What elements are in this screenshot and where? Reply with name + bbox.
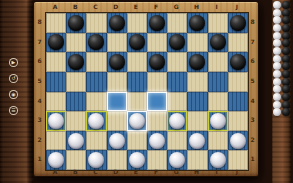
square-d4[interactable] <box>107 92 127 112</box>
square-b7 <box>66 33 86 53</box>
white-piece-f2[interactable] <box>149 133 165 149</box>
square-i8 <box>208 13 228 33</box>
undo-icon: ↺ <box>11 76 15 81</box>
black-piece-e7[interactable] <box>129 34 145 50</box>
square-e8 <box>127 13 147 33</box>
square-g3[interactable] <box>167 111 187 131</box>
white-piece-i1[interactable] <box>210 152 226 168</box>
rank-label-left-7: 7 <box>35 32 44 52</box>
rank-label-left-4: 4 <box>35 91 44 111</box>
square-d5 <box>107 72 127 92</box>
square-b4[interactable] <box>66 92 86 112</box>
rank-label-left-3: 3 <box>35 110 44 130</box>
black-piece-j8[interactable] <box>230 15 246 31</box>
tray-white-piece <box>273 108 281 116</box>
tray-row <box>273 9 290 17</box>
tray-white-piece <box>273 1 281 9</box>
file-label-top-j: J <box>227 3 247 10</box>
square-g7[interactable] <box>167 33 187 53</box>
tray-black-piece <box>282 1 290 9</box>
rank-label-right-6: 6 <box>248 51 257 71</box>
piece-tray-rows <box>273 1 290 116</box>
square-a1[interactable] <box>46 150 66 170</box>
square-f8[interactable] <box>147 13 167 33</box>
square-h4[interactable] <box>187 92 207 112</box>
square-c3[interactable] <box>86 111 106 131</box>
square-a6 <box>46 52 66 72</box>
white-piece-e1[interactable] <box>129 152 145 168</box>
black-piece-f6[interactable] <box>149 54 165 70</box>
square-e2 <box>127 131 147 151</box>
square-f7 <box>147 33 167 53</box>
file-label-top-f: F <box>146 3 166 10</box>
black-piece-g7[interactable] <box>169 34 185 50</box>
rank-label-left-6: 6 <box>35 51 44 71</box>
black-piece-h8[interactable] <box>189 15 205 31</box>
square-d8[interactable] <box>107 13 127 33</box>
square-i3[interactable] <box>208 111 228 131</box>
play-icon: ▶ <box>12 60 16 65</box>
rank-label-right-5: 5 <box>248 71 257 91</box>
rank-label-right-7: 7 <box>248 32 257 52</box>
tray-black-piece <box>282 70 290 78</box>
square-i7[interactable] <box>208 33 228 53</box>
square-f3 <box>147 111 167 131</box>
white-piece-j2[interactable] <box>230 133 246 149</box>
square-i4 <box>208 92 228 112</box>
square-e6 <box>127 52 147 72</box>
tray-row <box>273 55 290 63</box>
square-e5[interactable] <box>127 72 147 92</box>
tray-black-piece <box>282 47 290 55</box>
square-i2 <box>208 131 228 151</box>
rank-label-right-2: 2 <box>248 130 257 150</box>
play-button[interactable]: ▶ <box>9 58 18 67</box>
file-label-top-g: G <box>166 3 186 10</box>
square-a7[interactable] <box>46 33 66 53</box>
square-a8 <box>46 13 66 33</box>
black-piece-b8[interactable] <box>68 15 84 31</box>
square-j5 <box>228 72 248 92</box>
square-g2 <box>167 131 187 151</box>
file-label-top-a: A <box>45 3 65 10</box>
rank-label-right-1: 1 <box>248 149 257 169</box>
file-label-top-b: B <box>65 3 85 10</box>
square-a4 <box>46 92 66 112</box>
tray-white-piece <box>273 47 281 55</box>
square-f1 <box>147 150 167 170</box>
rank-label-left-5: 5 <box>35 71 44 91</box>
white-piece-c1[interactable] <box>88 152 104 168</box>
black-piece-j6[interactable] <box>230 54 246 70</box>
board-frame: AABBCCDDEEFFGGHHIIJJ8877665544332211 <box>33 1 259 177</box>
square-b2[interactable] <box>66 131 86 151</box>
square-e1[interactable] <box>127 150 147 170</box>
tray-row <box>273 86 290 94</box>
rank-label-left-8: 8 <box>35 12 44 32</box>
white-piece-g1[interactable] <box>169 152 185 168</box>
square-d2[interactable] <box>107 131 127 151</box>
square-g5[interactable] <box>167 72 187 92</box>
tray-row <box>273 70 290 78</box>
square-b6[interactable] <box>66 52 86 72</box>
square-h3 <box>187 111 207 131</box>
tray-row <box>273 109 290 117</box>
square-a3[interactable] <box>46 111 66 131</box>
square-j8[interactable] <box>228 13 248 33</box>
black-piece-f8[interactable] <box>149 15 165 31</box>
tray-white-piece <box>273 93 281 101</box>
black-piece-i7[interactable] <box>210 34 226 50</box>
black-piece-a7[interactable] <box>48 34 64 50</box>
tray-row <box>273 101 290 109</box>
file-label-top-i: I <box>207 3 227 10</box>
white-piece-b2[interactable] <box>68 133 84 149</box>
square-g4 <box>167 92 187 112</box>
square-i5[interactable] <box>208 72 228 92</box>
square-h8[interactable] <box>187 13 207 33</box>
tray-black-piece <box>282 93 290 101</box>
square-f6[interactable] <box>147 52 167 72</box>
rank-label-left-1: 1 <box>35 149 44 169</box>
square-e4 <box>127 92 147 112</box>
white-piece-d2[interactable] <box>109 133 125 149</box>
undo-button[interactable]: ↺ <box>9 74 18 83</box>
square-c7[interactable] <box>86 33 106 53</box>
white-piece-i3[interactable] <box>210 113 226 129</box>
square-c8 <box>86 13 106 33</box>
file-label-top-h: H <box>186 3 206 10</box>
white-piece-g3[interactable] <box>169 113 185 129</box>
tray-row <box>273 78 290 86</box>
menu-icon: ☰ <box>11 108 15 113</box>
tray-black-piece <box>282 108 290 116</box>
square-b8[interactable] <box>66 13 86 33</box>
white-piece-a1[interactable] <box>48 152 64 168</box>
square-b3 <box>66 111 86 131</box>
tray-row <box>273 39 290 47</box>
square-j2[interactable] <box>228 131 248 151</box>
square-h5 <box>187 72 207 92</box>
black-piece-h6[interactable] <box>189 54 205 70</box>
square-d1 <box>107 150 127 170</box>
black-piece-d6[interactable] <box>109 54 125 70</box>
rank-label-right-4: 4 <box>248 91 257 111</box>
black-piece-c7[interactable] <box>88 34 104 50</box>
tray-row <box>273 93 290 101</box>
square-b1 <box>66 150 86 170</box>
hint-button[interactable]: ◉ <box>9 90 18 99</box>
game-window: ▶↺◉☰ AABBCCDDEEFFGGHHIIJJ887766554433221… <box>0 0 293 183</box>
tray-row <box>273 32 290 40</box>
tray-black-piece <box>282 24 290 32</box>
square-f2[interactable] <box>147 131 167 151</box>
black-piece-d8[interactable] <box>109 15 125 31</box>
square-j6[interactable] <box>228 52 248 72</box>
square-f4[interactable] <box>147 92 167 112</box>
square-j1 <box>228 150 248 170</box>
square-c2 <box>86 131 106 151</box>
piece-tray <box>272 0 291 183</box>
rank-label-right-3: 3 <box>248 110 257 130</box>
tray-row <box>273 1 290 9</box>
square-a5[interactable] <box>46 72 66 92</box>
square-e3[interactable] <box>127 111 147 131</box>
square-c1[interactable] <box>86 150 106 170</box>
board-grid <box>45 12 249 171</box>
square-h2[interactable] <box>187 131 207 151</box>
white-piece-e3[interactable] <box>129 113 145 129</box>
square-d6[interactable] <box>107 52 127 72</box>
square-h7 <box>187 33 207 53</box>
square-h1 <box>187 150 207 170</box>
tray-row <box>273 16 290 24</box>
hint-icon: ◉ <box>11 92 15 97</box>
game-controls: ▶↺◉☰ <box>9 58 18 115</box>
white-piece-c3[interactable] <box>88 113 104 129</box>
square-f5 <box>147 72 167 92</box>
rank-label-right-8: 8 <box>248 12 257 32</box>
file-label-top-d: D <box>106 3 126 10</box>
white-piece-a3[interactable] <box>48 113 64 129</box>
tray-row <box>273 24 290 32</box>
square-c5[interactable] <box>86 72 106 92</box>
square-g6 <box>167 52 187 72</box>
file-label-top-e: E <box>126 3 146 10</box>
tray-white-piece <box>273 24 281 32</box>
square-j4[interactable] <box>228 92 248 112</box>
rank-label-left-2: 2 <box>35 130 44 150</box>
square-g1[interactable] <box>167 150 187 170</box>
square-c6 <box>86 52 106 72</box>
background-wood <box>259 0 272 183</box>
tray-row <box>273 47 290 55</box>
square-d3 <box>107 111 127 131</box>
black-piece-b6[interactable] <box>68 54 84 70</box>
square-b5 <box>66 72 86 92</box>
square-i1[interactable] <box>208 150 228 170</box>
file-label-top-c: C <box>85 3 105 10</box>
menu-button[interactable]: ☰ <box>9 106 18 115</box>
square-i6 <box>208 52 228 72</box>
square-j3 <box>228 111 248 131</box>
square-c4 <box>86 92 106 112</box>
square-d7 <box>107 33 127 53</box>
tray-row <box>273 63 290 71</box>
tray-white-piece <box>273 70 281 78</box>
square-g8 <box>167 13 187 33</box>
square-j7 <box>228 33 248 53</box>
left-control-panel: ▶↺◉☰ <box>0 0 33 183</box>
square-h6[interactable] <box>187 52 207 72</box>
square-e7[interactable] <box>127 33 147 53</box>
square-a2 <box>46 131 66 151</box>
white-piece-h2[interactable] <box>189 133 205 149</box>
